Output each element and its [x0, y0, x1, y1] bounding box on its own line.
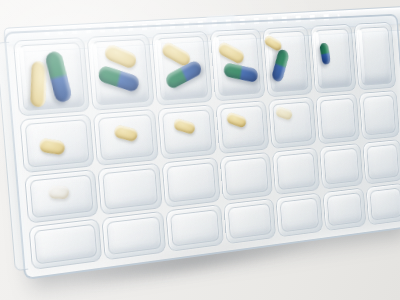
- compartment-r2c3: [157, 104, 217, 159]
- photo-scene: [0, 0, 400, 300]
- compartment-r3c4: [220, 152, 273, 201]
- compartment-r1c2: [87, 34, 155, 111]
- compartment-recess: [358, 26, 393, 85]
- compartment-r4c5: [275, 193, 323, 238]
- compartment-recess: [34, 224, 98, 265]
- compartment-recess: [323, 148, 359, 185]
- compartment-r3c1: [24, 169, 98, 223]
- compartment-recess: [363, 95, 396, 136]
- compartment-recess: [319, 98, 356, 140]
- tablet-pill: [48, 186, 69, 200]
- compartment-r2c5: [268, 97, 317, 149]
- compartment-r1c5: [263, 26, 313, 97]
- compartment-recess: [170, 209, 219, 246]
- compartment-recess: [102, 168, 158, 210]
- compartment-r2c4: [216, 100, 270, 154]
- compartment-recess: [280, 197, 319, 232]
- compartment-recess: [276, 152, 316, 190]
- compartment-r2c6: [315, 93, 360, 144]
- compartment-r3c6: [319, 143, 363, 190]
- compartment-recess: [314, 28, 352, 89]
- compartment-r2c2: [93, 109, 159, 166]
- compartment-r1c1: [13, 37, 90, 116]
- compartment-recess: [327, 192, 363, 226]
- tablet-pill: [30, 61, 47, 107]
- compartment-recess: [366, 144, 399, 180]
- compartment-r2c7: [359, 90, 400, 140]
- compartment-r4c4: [223, 198, 276, 244]
- compartment-r3c2: [97, 163, 162, 215]
- compartment-r4c1: [29, 218, 103, 270]
- compartment-r3c3: [162, 157, 221, 208]
- compartment-recess: [370, 188, 400, 221]
- compartment-r4c7: [366, 183, 400, 226]
- organizer-grid: [13, 22, 400, 270]
- compartment-r1c7: [354, 22, 397, 90]
- compartment-r4c3: [165, 204, 223, 252]
- compartment-recess: [228, 203, 272, 239]
- compartment-r4c6: [323, 187, 367, 231]
- compartment-r1c6: [310, 24, 356, 94]
- compartment-recess: [106, 216, 161, 255]
- compartment-r2c1: [20, 114, 95, 173]
- compartment-r1c3: [151, 31, 212, 106]
- compartment-r3c5: [272, 147, 320, 195]
- compartment-r4c2: [101, 211, 166, 261]
- compartment-recess: [224, 157, 269, 196]
- compartment-r1c4: [210, 28, 266, 101]
- compartment-r3c7: [362, 139, 400, 185]
- compartment-recess: [166, 162, 216, 202]
